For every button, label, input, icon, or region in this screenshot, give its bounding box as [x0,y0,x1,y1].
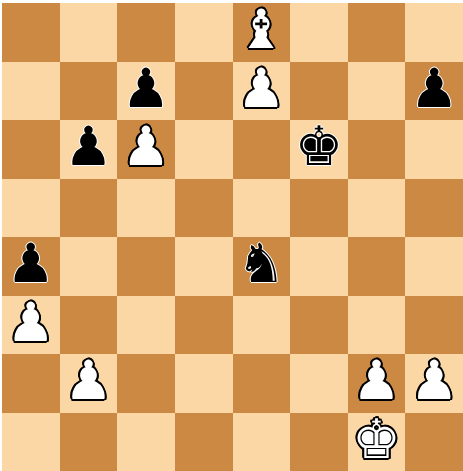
square-a8[interactable] [2,3,60,62]
square-g3[interactable] [348,296,406,355]
white-pawn[interactable]: ♟ [410,354,458,408]
square-e3[interactable] [233,296,291,355]
square-a6[interactable] [2,120,60,179]
square-b7[interactable] [60,62,118,121]
square-f5[interactable] [290,179,348,238]
square-g8[interactable] [348,3,406,62]
square-b8[interactable] [60,3,118,62]
square-d5[interactable] [175,179,233,238]
square-a3[interactable]: ♟ [2,296,60,355]
square-g5[interactable] [348,179,406,238]
square-b4[interactable] [60,237,118,296]
square-c3[interactable] [117,296,175,355]
square-f8[interactable] [290,3,348,62]
white-pawn[interactable]: ♟ [352,354,400,408]
square-b2[interactable]: ♟ [60,354,118,413]
square-g1[interactable]: ♚ [348,413,406,471]
square-d3[interactable] [175,296,233,355]
square-f1[interactable] [290,413,348,471]
square-h1[interactable] [405,413,463,471]
square-e7[interactable]: ♟ [233,62,291,121]
square-c4[interactable] [117,237,175,296]
black-king[interactable]: ♚ [295,120,343,174]
square-c8[interactable] [117,3,175,62]
square-f7[interactable] [290,62,348,121]
white-pawn[interactable]: ♟ [7,296,55,350]
square-a7[interactable] [2,62,60,121]
black-pawn[interactable]: ♟ [64,120,112,174]
square-e1[interactable] [233,413,291,471]
square-e6[interactable] [233,120,291,179]
chess-board-container: ♝♟♟♟♟♟♚♟♞♟♟♟♟♚ [2,3,463,471]
square-a5[interactable] [2,179,60,238]
black-knight[interactable]: ♞ [237,237,285,291]
black-pawn[interactable]: ♟ [7,237,55,291]
square-g6[interactable] [348,120,406,179]
square-d2[interactable] [175,354,233,413]
square-c7[interactable]: ♟ [117,62,175,121]
square-d6[interactable] [175,120,233,179]
square-d7[interactable] [175,62,233,121]
white-bishop[interactable]: ♝ [237,3,285,57]
white-pawn[interactable]: ♟ [64,354,112,408]
square-d4[interactable] [175,237,233,296]
square-b5[interactable] [60,179,118,238]
square-h4[interactable] [405,237,463,296]
square-g4[interactable] [348,237,406,296]
square-f3[interactable] [290,296,348,355]
white-king[interactable]: ♚ [352,413,400,467]
square-a1[interactable] [2,413,60,471]
square-h2[interactable]: ♟ [405,354,463,413]
square-c1[interactable] [117,413,175,471]
square-h6[interactable] [405,120,463,179]
square-c2[interactable] [117,354,175,413]
square-e5[interactable] [233,179,291,238]
square-d1[interactable] [175,413,233,471]
square-g7[interactable] [348,62,406,121]
chess-board: ♝♟♟♟♟♟♚♟♞♟♟♟♟♚ [2,3,463,471]
square-e2[interactable] [233,354,291,413]
square-g2[interactable]: ♟ [348,354,406,413]
white-pawn[interactable]: ♟ [237,62,285,116]
square-a4[interactable]: ♟ [2,237,60,296]
square-h7[interactable]: ♟ [405,62,463,121]
white-pawn[interactable]: ♟ [122,120,170,174]
square-b1[interactable] [60,413,118,471]
black-pawn[interactable]: ♟ [122,62,170,116]
square-f4[interactable] [290,237,348,296]
square-c6[interactable]: ♟ [117,120,175,179]
square-b6[interactable]: ♟ [60,120,118,179]
black-pawn[interactable]: ♟ [410,62,458,116]
square-h8[interactable] [405,3,463,62]
square-b3[interactable] [60,296,118,355]
square-f6[interactable]: ♚ [290,120,348,179]
square-h5[interactable] [405,179,463,238]
square-c5[interactable] [117,179,175,238]
square-h3[interactable] [405,296,463,355]
square-f2[interactable] [290,354,348,413]
square-e4[interactable]: ♞ [233,237,291,296]
square-a2[interactable] [2,354,60,413]
square-e8[interactable]: ♝ [233,3,291,62]
square-d8[interactable] [175,3,233,62]
